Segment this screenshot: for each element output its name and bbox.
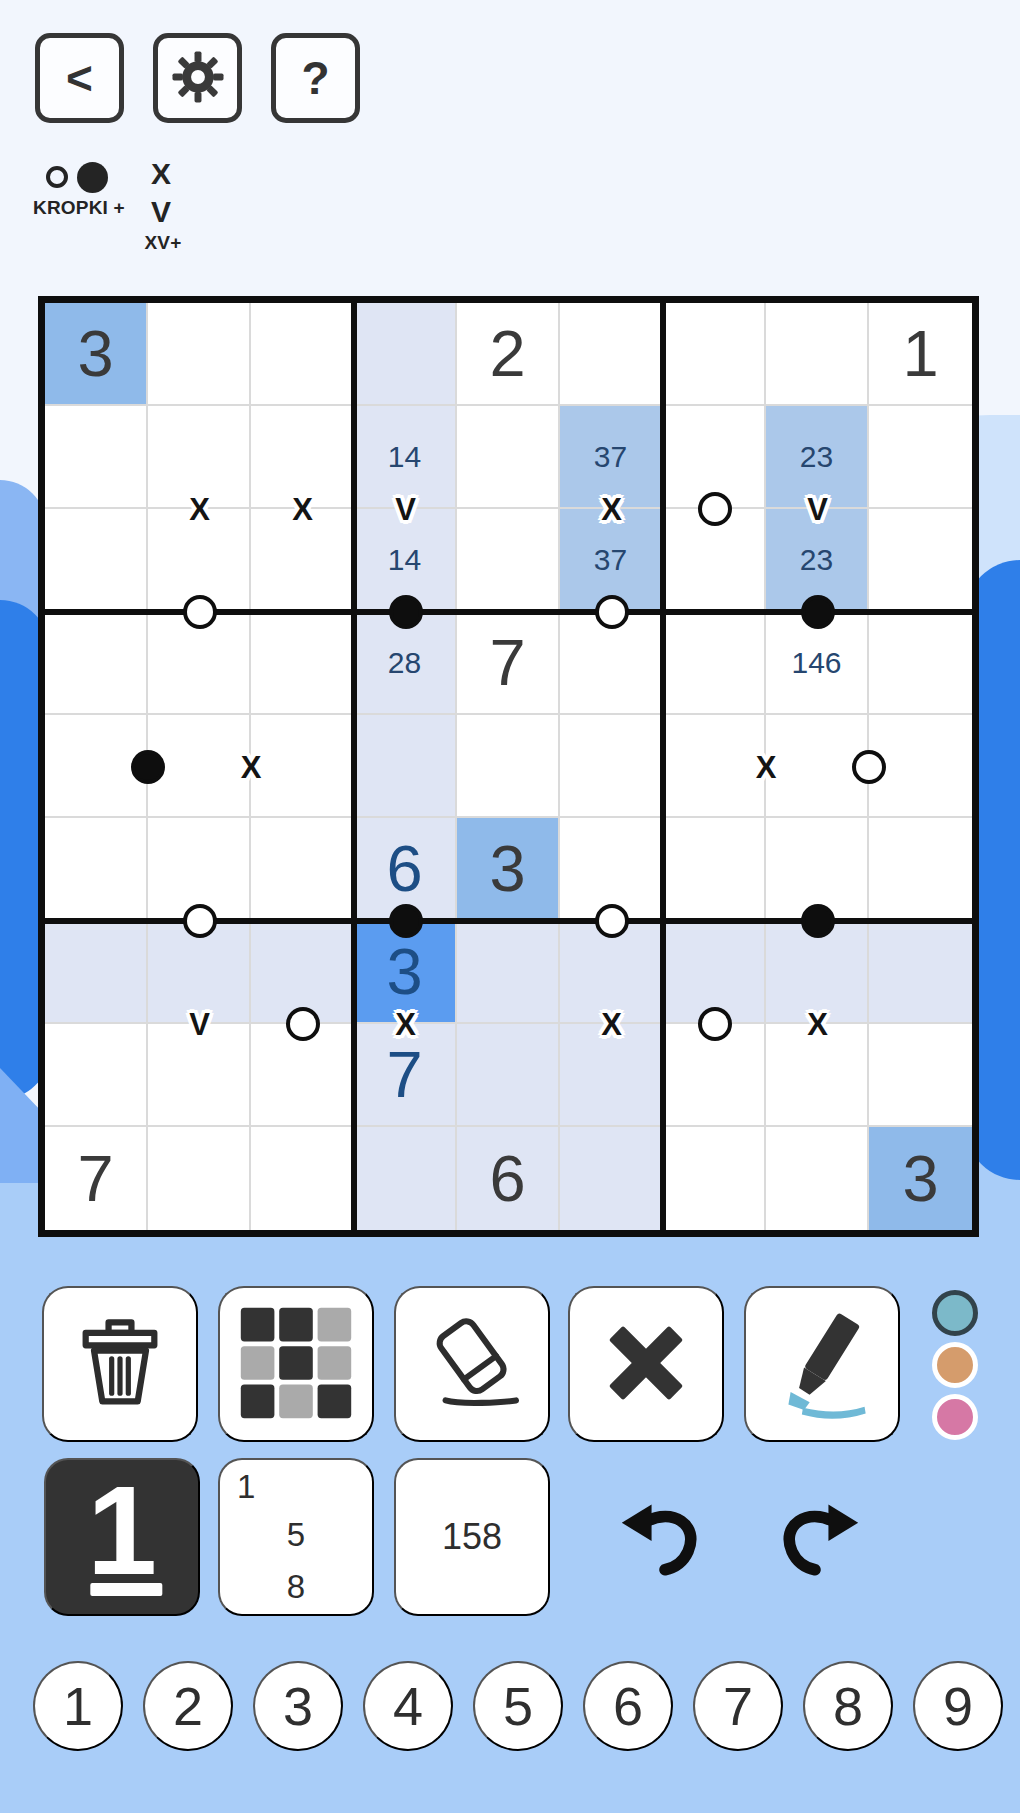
xv-x-marker: X: [292, 494, 313, 525]
xv-x-marker: X: [241, 751, 262, 782]
digit-button-9[interactable]: 9: [913, 1661, 1003, 1751]
center-preview-digits: 158: [442, 1516, 502, 1558]
kropki-black-dot-icon: [77, 162, 108, 193]
undo-arrow-icon: [617, 1576, 713, 1591]
cross-button[interactable]: [568, 1286, 724, 1442]
gear-icon: [169, 48, 227, 109]
help-button[interactable]: ?: [271, 33, 360, 123]
grid-pattern-icon: [236, 1303, 356, 1426]
xv-symbols: X V: [133, 155, 193, 231]
cross-icon: [590, 1307, 702, 1422]
kropki-black-dot: [801, 904, 835, 938]
xv-v-marker: V: [807, 494, 828, 525]
pen-icon: [766, 1307, 878, 1422]
trash-icon: [68, 1311, 172, 1418]
digit-button-2[interactable]: 2: [143, 1661, 233, 1751]
corner-preview-digit: 1: [237, 1468, 255, 1506]
back-button[interactable]: <: [35, 33, 124, 123]
digit-button-8[interactable]: 8: [803, 1661, 893, 1751]
corner-marks-mode-button[interactable]: 1 5 8: [218, 1458, 374, 1616]
color-dot-2[interactable]: [932, 1342, 978, 1388]
digit-button-7[interactable]: 7: [693, 1661, 783, 1751]
pen-button[interactable]: [744, 1286, 900, 1442]
grid-pattern-button[interactable]: [218, 1286, 374, 1442]
kropki-black-dot: [131, 750, 165, 784]
kropki-white-dot: [595, 595, 629, 629]
xv-legend-label: XV+: [133, 232, 193, 254]
undo-button[interactable]: [617, 1492, 713, 1588]
eraser-button[interactable]: [394, 1286, 550, 1442]
corner-preview-digit: 8: [287, 1568, 305, 1606]
xv-legend: X V XV+: [133, 155, 193, 254]
kropki-white-dot: [595, 904, 629, 938]
digit-button-3[interactable]: 3: [253, 1661, 343, 1751]
kropki-white-dot-icon: [46, 166, 68, 188]
corner-preview-digit: 5: [287, 1516, 305, 1554]
kropki-white-dot: [698, 1007, 732, 1041]
question-mark-icon: ?: [301, 55, 329, 101]
kropki-legend: KROPKI +: [33, 160, 121, 219]
xv-v-marker: V: [395, 494, 416, 525]
kropki-white-dot: [183, 904, 217, 938]
kropki-white-dot: [852, 750, 886, 784]
xv-x-marker: X: [189, 494, 210, 525]
kropki-legend-label: KROPKI +: [33, 197, 121, 219]
xv-x-marker: X: [601, 494, 622, 525]
color-dot-1-selected[interactable]: [932, 1290, 978, 1336]
back-chevron-icon: <: [66, 55, 93, 101]
eraser-icon: [417, 1308, 527, 1421]
kropki-black-dot: [801, 595, 835, 629]
xv-x-marker: X: [395, 1009, 416, 1040]
digit-button-4[interactable]: 4: [363, 1661, 453, 1751]
big-number-preview: 1: [87, 1468, 157, 1594]
redo-arrow-icon: [767, 1576, 863, 1591]
kropki-white-dot: [698, 492, 732, 526]
color-dot-3[interactable]: [932, 1394, 978, 1440]
digit-button-5[interactable]: 5: [473, 1661, 563, 1751]
big-number-mode-button[interactable]: 1: [44, 1458, 200, 1616]
kropki-white-dot: [286, 1007, 320, 1041]
sudoku-app: < ? KROPKI + X V XV+ 3211437231437232871…: [0, 0, 1020, 1813]
xv-x-marker: X: [756, 751, 777, 782]
redo-button[interactable]: [767, 1492, 863, 1588]
digit-button-6[interactable]: 6: [583, 1661, 673, 1751]
settings-button[interactable]: [153, 33, 242, 123]
center-marks-mode-button[interactable]: 158: [394, 1458, 550, 1616]
xv-x-marker: X: [601, 1009, 622, 1040]
delete-button[interactable]: [42, 1286, 198, 1442]
kropki-white-dot: [183, 595, 217, 629]
kropki-black-dot: [389, 595, 423, 629]
xv-v-marker: V: [189, 1009, 210, 1040]
sudoku-board: 3211437231437232871466337763 XXVXVXXVXXX: [38, 296, 979, 1237]
digit-button-1[interactable]: 1: [33, 1661, 123, 1751]
xv-x-marker: X: [807, 1009, 828, 1040]
kropki-black-dot: [389, 904, 423, 938]
big-number-foot-bar: [90, 1583, 162, 1596]
